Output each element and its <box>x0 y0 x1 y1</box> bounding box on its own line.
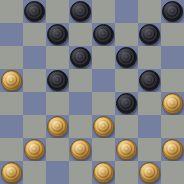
square-e2 <box>92 138 115 161</box>
square-b4[interactable] <box>23 92 46 115</box>
square-e3[interactable] <box>92 115 115 138</box>
square-d4[interactable] <box>69 92 92 115</box>
square-d2[interactable] <box>69 138 92 161</box>
square-g8 <box>138 0 161 23</box>
black-checker[interactable] <box>24 1 45 22</box>
square-g3[interactable] <box>138 115 161 138</box>
square-a2 <box>0 138 23 161</box>
square-f6[interactable] <box>115 46 138 69</box>
square-f4[interactable] <box>115 92 138 115</box>
square-f8[interactable] <box>115 0 138 23</box>
square-h6[interactable] <box>161 46 184 69</box>
square-g2 <box>138 138 161 161</box>
square-b7 <box>23 23 46 46</box>
square-c4 <box>46 92 69 115</box>
square-g6 <box>138 46 161 69</box>
square-e5[interactable] <box>92 69 115 92</box>
square-b5 <box>23 69 46 92</box>
white-checker[interactable] <box>1 162 22 183</box>
square-e1[interactable] <box>92 161 115 184</box>
square-b6[interactable] <box>23 46 46 69</box>
square-a8 <box>0 0 23 23</box>
square-d6[interactable] <box>69 46 92 69</box>
black-checker[interactable] <box>162 1 183 22</box>
square-d5 <box>69 69 92 92</box>
square-b3 <box>23 115 46 138</box>
white-checker[interactable] <box>24 139 45 160</box>
square-d1 <box>69 161 92 184</box>
black-checker[interactable] <box>93 24 114 45</box>
square-g7[interactable] <box>138 23 161 46</box>
square-f1 <box>115 161 138 184</box>
black-checker[interactable] <box>139 70 160 91</box>
square-c6 <box>46 46 69 69</box>
square-h4[interactable] <box>161 92 184 115</box>
square-h3 <box>161 115 184 138</box>
square-e4 <box>92 92 115 115</box>
square-g5[interactable] <box>138 69 161 92</box>
square-h8[interactable] <box>161 0 184 23</box>
square-a1[interactable] <box>0 161 23 184</box>
square-h2[interactable] <box>161 138 184 161</box>
square-d8[interactable] <box>69 0 92 23</box>
square-a5[interactable] <box>0 69 23 92</box>
square-f5 <box>115 69 138 92</box>
square-e7[interactable] <box>92 23 115 46</box>
white-checker[interactable] <box>139 162 160 183</box>
white-checker[interactable] <box>93 162 114 183</box>
square-c3[interactable] <box>46 115 69 138</box>
white-checker[interactable] <box>70 139 91 160</box>
square-e6 <box>92 46 115 69</box>
checkers-board <box>0 0 184 184</box>
white-checker[interactable] <box>116 139 137 160</box>
square-a7[interactable] <box>0 23 23 46</box>
square-d3 <box>69 115 92 138</box>
black-checker[interactable] <box>116 93 137 114</box>
square-f7 <box>115 23 138 46</box>
black-checker[interactable] <box>47 70 68 91</box>
square-g1[interactable] <box>138 161 161 184</box>
white-checker[interactable] <box>162 139 183 160</box>
square-h1 <box>161 161 184 184</box>
square-a3[interactable] <box>0 115 23 138</box>
black-checker[interactable] <box>116 47 137 68</box>
square-h5 <box>161 69 184 92</box>
square-b8[interactable] <box>23 0 46 23</box>
square-c1[interactable] <box>46 161 69 184</box>
square-c7[interactable] <box>46 23 69 46</box>
square-c5[interactable] <box>46 69 69 92</box>
square-h7 <box>161 23 184 46</box>
square-b1 <box>23 161 46 184</box>
white-checker[interactable] <box>47 116 68 137</box>
square-c8 <box>46 0 69 23</box>
black-checker[interactable] <box>47 24 68 45</box>
black-checker[interactable] <box>70 47 91 68</box>
black-checker[interactable] <box>139 24 160 45</box>
square-a4 <box>0 92 23 115</box>
black-checker[interactable] <box>70 1 91 22</box>
white-checker[interactable] <box>162 93 183 114</box>
white-checker[interactable] <box>1 70 22 91</box>
square-g4 <box>138 92 161 115</box>
square-a6 <box>0 46 23 69</box>
square-d7 <box>69 23 92 46</box>
square-c2 <box>46 138 69 161</box>
square-e8 <box>92 0 115 23</box>
white-checker[interactable] <box>93 116 114 137</box>
square-f2[interactable] <box>115 138 138 161</box>
square-f3 <box>115 115 138 138</box>
square-b2[interactable] <box>23 138 46 161</box>
